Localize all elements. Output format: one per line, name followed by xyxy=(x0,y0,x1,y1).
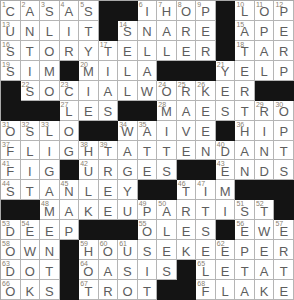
cell-letter: I xyxy=(145,5,149,18)
cell-4-7[interactable]: L xyxy=(118,61,138,81)
cell-4-5[interactable]: 20M xyxy=(79,61,99,81)
block-7-6 xyxy=(99,121,119,141)
cell-letter: N xyxy=(259,145,268,158)
cell-3-2[interactable]: T xyxy=(21,41,41,61)
cell-letter: S xyxy=(123,265,132,278)
cell-6-13[interactable]: T xyxy=(235,101,255,121)
cell-7-2[interactable]: 32S xyxy=(21,121,41,141)
cell-5-8[interactable]: W xyxy=(138,81,158,101)
cell-12-8[interactable]: 55O xyxy=(138,220,158,240)
cell-3-11[interactable]: R xyxy=(196,41,216,61)
cell-letter: O xyxy=(25,265,35,278)
cell-7-14[interactable]: I xyxy=(255,121,275,141)
cell-letter: W xyxy=(141,85,153,98)
cell-letter: A xyxy=(240,285,249,298)
cell-14-2[interactable]: O xyxy=(21,260,41,280)
cell-13-1[interactable]: 58O xyxy=(1,240,21,260)
cell-letter: S xyxy=(279,165,288,178)
cell-6-5[interactable]: E xyxy=(79,101,99,121)
cell-7-15[interactable]: P xyxy=(274,121,294,141)
cell-letter: E xyxy=(221,85,230,98)
cell-3-8[interactable]: L xyxy=(138,41,158,61)
cell-6-10[interactable]: A xyxy=(177,101,197,121)
cell-9-6[interactable]: R xyxy=(99,160,119,180)
cell-letter: G xyxy=(64,145,74,158)
cell-3-6[interactable]: 17T xyxy=(99,41,119,61)
cell-1-9[interactable]: 7H xyxy=(157,1,177,21)
cell-letter: S xyxy=(162,165,171,178)
cell-14-12[interactable]: E xyxy=(216,260,236,280)
cell-3-9[interactable]: L xyxy=(157,41,177,61)
cell-7-10[interactable]: V xyxy=(177,121,197,141)
cell-letter: E xyxy=(104,205,113,218)
clue-number-25: 25 xyxy=(178,81,186,89)
clue-number-14: 14 xyxy=(119,21,127,29)
cell-14-1[interactable]: 63D xyxy=(1,260,21,280)
clue-number-61: 61 xyxy=(119,240,127,248)
clue-number-42: 42 xyxy=(80,160,88,168)
cell-letter: I xyxy=(67,25,71,38)
cell-6-15[interactable]: 30O xyxy=(274,101,294,121)
cell-letter: E xyxy=(279,285,288,298)
clue-number-62: 62 xyxy=(217,240,225,248)
cell-6-4[interactable]: 27L xyxy=(60,101,80,121)
cell-7-11[interactable]: E xyxy=(196,121,216,141)
cell-letter: A xyxy=(260,265,269,278)
clue-number-7: 7 xyxy=(158,1,162,9)
cell-4-13[interactable]: E xyxy=(235,61,255,81)
cell-9-12[interactable]: 43E xyxy=(216,160,236,180)
clue-number-66: 66 xyxy=(2,280,10,288)
cell-letter: K xyxy=(25,285,34,298)
cell-1-13[interactable]: 10L xyxy=(235,1,255,21)
cell-1-4[interactable]: 4A xyxy=(60,1,80,21)
cell-15-15[interactable]: E xyxy=(274,280,294,300)
cell-letter: T xyxy=(280,145,288,158)
cell-5-11[interactable]: 26K xyxy=(196,81,216,101)
cell-9-1[interactable]: 41F xyxy=(1,160,21,180)
block-3-12 xyxy=(216,41,236,61)
clue-number-58: 58 xyxy=(2,240,10,248)
cell-2-5[interactable]: T xyxy=(79,21,99,41)
cell-letter: E xyxy=(201,25,210,38)
cell-14-3[interactable]: T xyxy=(40,260,60,280)
cell-14-9[interactable]: S xyxy=(157,260,177,280)
block-6-3 xyxy=(40,101,60,121)
cell-11-7[interactable]: U xyxy=(118,200,138,220)
cell-3-4[interactable]: R xyxy=(60,41,80,61)
cell-13-13[interactable]: P xyxy=(235,240,255,260)
cell-11-13[interactable]: 51S xyxy=(235,200,255,220)
cell-letter: A xyxy=(240,145,249,158)
cell-10-5[interactable]: L xyxy=(79,180,99,200)
cell-6-14[interactable]: 29R xyxy=(255,101,275,121)
cell-1-8[interactable]: 6I xyxy=(138,1,158,21)
block-10-9 xyxy=(157,180,177,200)
cell-15-11[interactable]: 68F xyxy=(196,280,216,300)
cell-5-4[interactable]: 23C xyxy=(60,81,80,101)
cell-4-2[interactable]: I xyxy=(21,61,41,81)
cell-letter: I xyxy=(262,125,266,138)
cell-15-7[interactable]: O xyxy=(118,280,138,300)
cell-13-12[interactable]: 62E xyxy=(216,240,236,260)
cell-11-9[interactable]: 50A xyxy=(157,200,177,220)
cell-7-3[interactable]: 33L xyxy=(40,121,60,141)
cell-3-14[interactable]: A xyxy=(255,41,275,61)
cell-letter: E xyxy=(84,105,93,118)
cell-13-3[interactable]: N xyxy=(40,240,60,260)
cell-3-1[interactable]: 16S xyxy=(1,41,21,61)
clue-number-2: 2 xyxy=(22,1,26,9)
cell-11-3[interactable]: 48M xyxy=(40,200,60,220)
cell-11-8[interactable]: 49P xyxy=(138,200,158,220)
cell-3-15[interactable]: R xyxy=(274,41,294,61)
cell-9-15[interactable]: S xyxy=(274,160,294,180)
cell-letter: R xyxy=(201,45,210,58)
cell-letter: E xyxy=(201,245,210,258)
cell-letter: L xyxy=(261,65,268,78)
cell-2-8[interactable]: N xyxy=(138,21,158,41)
cell-letter: A xyxy=(65,5,74,18)
cell-15-2[interactable]: K xyxy=(21,280,41,300)
cell-letter: N xyxy=(45,245,54,258)
cell-letter: A xyxy=(104,85,113,98)
cell-letter: I xyxy=(87,85,91,98)
cell-12-1[interactable]: 53D xyxy=(1,220,21,240)
cell-10-12[interactable]: M xyxy=(216,180,236,200)
cell-9-9[interactable]: S xyxy=(157,160,177,180)
cell-10-4[interactable]: 45N xyxy=(60,180,80,200)
cell-15-14[interactable]: K xyxy=(255,280,275,300)
cell-3-5[interactable]: Y xyxy=(79,41,99,61)
cell-8-14[interactable]: N xyxy=(255,141,275,161)
cell-5-7[interactable]: L xyxy=(118,81,138,101)
cell-15-8[interactable]: T xyxy=(138,280,158,300)
cell-letter: O xyxy=(181,5,191,18)
cell-letter: E xyxy=(201,125,210,138)
cell-2-15[interactable]: E xyxy=(274,21,294,41)
block-4-11 xyxy=(196,61,216,81)
block-11-15 xyxy=(274,200,294,220)
cell-12-10[interactable]: E xyxy=(177,220,197,240)
cell-12-13[interactable]: 56E xyxy=(235,220,255,240)
cell-2-14[interactable]: P xyxy=(255,21,275,41)
block-7-12 xyxy=(216,121,236,141)
block-12-12 xyxy=(216,220,236,240)
cell-11-5[interactable]: K xyxy=(79,200,99,220)
cell-11-14[interactable]: 52T xyxy=(255,200,275,220)
cell-9-8[interactable]: E xyxy=(138,160,158,180)
cell-1-2[interactable]: 2A xyxy=(21,1,41,21)
cell-1-3[interactable]: 3S xyxy=(40,1,60,21)
cell-1-11[interactable]: 9P xyxy=(196,1,216,21)
cell-10-10[interactable]: 46T xyxy=(177,180,197,200)
cell-letter: E xyxy=(260,245,269,258)
block-1-6 xyxy=(99,1,119,21)
cell-8-4[interactable]: G xyxy=(60,141,80,161)
cell-1-14[interactable]: 11O xyxy=(255,1,275,21)
cell-letter: N xyxy=(25,25,34,38)
cell-8-6[interactable]: 39T xyxy=(99,141,119,161)
block-1-7 xyxy=(118,1,138,21)
cell-9-3[interactable]: G xyxy=(40,160,60,180)
cell-2-4[interactable]: I xyxy=(60,21,80,41)
block-6-7 xyxy=(118,101,138,121)
cell-letter: R xyxy=(279,245,288,258)
block-15-9 xyxy=(157,280,177,300)
block-6-2 xyxy=(21,101,41,121)
cell-letter: L xyxy=(85,185,92,198)
cell-13-11[interactable]: E xyxy=(196,240,216,260)
cell-4-14[interactable]: L xyxy=(255,61,275,81)
cell-letter: L xyxy=(46,25,53,38)
cell-13-5[interactable]: 59H xyxy=(79,240,99,260)
cell-4-3[interactable]: M xyxy=(40,61,60,81)
cell-8-3[interactable]: I xyxy=(40,141,60,161)
cell-letter: T xyxy=(26,45,34,58)
cell-9-14[interactable]: D xyxy=(255,160,275,180)
clue-number-29: 29 xyxy=(256,101,264,109)
cell-15-12[interactable]: L xyxy=(216,280,236,300)
cell-3-7[interactable]: E xyxy=(118,41,138,61)
cell-5-10[interactable]: 25R xyxy=(177,81,197,101)
cell-15-6[interactable]: R xyxy=(99,280,119,300)
cell-14-8[interactable]: I xyxy=(138,260,158,280)
cell-8-2[interactable]: L xyxy=(21,141,41,161)
cell-letter: O xyxy=(122,285,132,298)
cell-letter: O xyxy=(64,125,74,138)
cell-letter: A xyxy=(260,45,269,58)
cell-letter: E xyxy=(143,165,152,178)
cell-4-12[interactable]: 21Y xyxy=(216,61,236,81)
cell-5-13[interactable]: R xyxy=(235,81,255,101)
cell-13-10[interactable]: K xyxy=(177,240,197,260)
cell-letter: R xyxy=(103,165,112,178)
cell-8-8[interactable]: T xyxy=(138,141,158,161)
cell-11-11[interactable]: T xyxy=(196,200,216,220)
block-2-6 xyxy=(99,21,119,41)
cell-6-9[interactable]: 28M xyxy=(157,101,177,121)
cell-13-7[interactable]: 61U xyxy=(118,240,138,260)
cell-9-7[interactable]: G xyxy=(118,160,138,180)
clue-number-31: 31 xyxy=(2,121,10,129)
clue-number-33: 33 xyxy=(41,121,49,129)
block-6-1 xyxy=(1,101,21,121)
cell-15-3[interactable]: S xyxy=(40,280,60,300)
cell-10-1[interactable]: 44S xyxy=(1,180,21,200)
cell-letter: R xyxy=(181,25,190,38)
cell-5-9[interactable]: 24O xyxy=(157,81,177,101)
cell-12-14[interactable]: W xyxy=(255,220,275,240)
clue-number-8: 8 xyxy=(178,1,182,9)
cell-2-1[interactable]: 13U xyxy=(1,21,21,41)
cell-7-8[interactable]: 35A xyxy=(138,121,158,141)
clue-number-37: 37 xyxy=(2,141,10,149)
cell-14-6[interactable]: A xyxy=(99,260,119,280)
clue-number-1: 1 xyxy=(2,1,6,9)
cell-letter: P xyxy=(65,225,74,238)
cell-8-15[interactable]: T xyxy=(274,141,294,161)
cell-2-13[interactable]: 15A xyxy=(235,21,255,41)
cell-7-7[interactable]: 34W xyxy=(118,121,138,141)
cell-8-13[interactable]: A xyxy=(235,141,255,161)
cell-11-4[interactable]: A xyxy=(60,200,80,220)
cell-3-13[interactable]: 18T xyxy=(235,41,255,61)
cell-13-14[interactable]: E xyxy=(255,240,275,260)
cell-letter: R xyxy=(240,85,249,98)
cell-1-5[interactable]: 5S xyxy=(79,1,99,21)
block-14-10 xyxy=(177,260,197,280)
cell-14-5[interactable]: 64O xyxy=(79,260,99,280)
clue-number-39: 39 xyxy=(100,141,108,149)
cell-12-15[interactable]: 57E xyxy=(274,220,294,240)
cell-5-6[interactable]: A xyxy=(99,81,119,101)
cell-2-10[interactable]: R xyxy=(177,21,197,41)
cell-5-2[interactable]: 22S xyxy=(21,81,41,101)
cell-2-2[interactable]: N xyxy=(21,21,41,41)
cell-8-1[interactable]: 37F xyxy=(1,141,21,161)
cell-10-11[interactable]: 47I xyxy=(196,180,216,200)
cell-letter: O xyxy=(44,45,54,58)
cell-2-3[interactable]: L xyxy=(40,21,60,41)
cell-3-10[interactable]: E xyxy=(177,41,197,61)
cell-letter: L xyxy=(222,285,229,298)
cell-4-8[interactable]: A xyxy=(138,61,158,81)
cell-letter: L xyxy=(124,85,131,98)
cell-letter: M xyxy=(220,185,231,198)
cell-15-5[interactable]: 67T xyxy=(79,280,99,300)
cell-14-7[interactable]: S xyxy=(118,260,138,280)
cell-10-6[interactable]: E xyxy=(99,180,119,200)
cell-15-1[interactable]: 66O xyxy=(1,280,21,300)
cell-8-5[interactable]: 38H xyxy=(79,141,99,161)
clue-number-9: 9 xyxy=(197,1,201,9)
cell-letter: A xyxy=(65,205,74,218)
cell-10-3[interactable]: A xyxy=(40,180,60,200)
cell-letter: I xyxy=(145,265,149,278)
clue-number-63: 63 xyxy=(2,260,10,268)
clue-number-54: 54 xyxy=(22,220,30,228)
cell-7-1[interactable]: 31O xyxy=(1,121,21,141)
cell-letter: R xyxy=(103,285,112,298)
cell-14-14[interactable]: A xyxy=(255,260,275,280)
cell-7-9[interactable]: I xyxy=(157,121,177,141)
cell-8-9[interactable]: T xyxy=(157,141,177,161)
cell-letter: N xyxy=(142,25,151,38)
cell-letter: L xyxy=(163,225,170,238)
cell-letter: W xyxy=(24,245,36,258)
cell-8-11[interactable]: N xyxy=(196,141,216,161)
cell-13-2[interactable]: W xyxy=(21,240,41,260)
cell-9-5[interactable]: 42U xyxy=(79,160,99,180)
cell-7-13[interactable]: 36H xyxy=(235,121,255,141)
cell-13-9[interactable]: E xyxy=(157,240,177,260)
cell-letter: I xyxy=(165,125,169,138)
cell-4-15[interactable]: P xyxy=(274,61,294,81)
block-11-2 xyxy=(21,200,41,220)
cell-4-1[interactable]: 19S xyxy=(1,61,21,81)
cell-14-13[interactable]: T xyxy=(235,260,255,280)
clue-number-20: 20 xyxy=(80,61,88,69)
clue-number-24: 24 xyxy=(158,81,166,89)
cell-12-9[interactable]: L xyxy=(157,220,177,240)
cell-12-3[interactable]: E xyxy=(40,220,60,240)
clue-number-48: 48 xyxy=(41,200,49,208)
cell-1-15[interactable]: 12P xyxy=(274,1,294,21)
cell-15-13[interactable]: A xyxy=(235,280,255,300)
cell-letter: E xyxy=(104,185,113,198)
cell-13-15[interactable]: R xyxy=(274,240,294,260)
clue-number-67: 67 xyxy=(80,280,88,288)
cell-10-2[interactable]: T xyxy=(21,180,41,200)
cell-letter: R xyxy=(64,45,73,58)
cell-13-8[interactable]: S xyxy=(138,240,158,260)
cell-4-6[interactable]: I xyxy=(99,61,119,81)
cell-11-6[interactable]: E xyxy=(99,200,119,220)
block-6-8 xyxy=(138,101,158,121)
cell-8-10[interactable]: E xyxy=(177,141,197,161)
cell-letter: T xyxy=(163,145,171,158)
cell-10-7[interactable]: Y xyxy=(118,180,138,200)
cell-9-2[interactable]: I xyxy=(21,160,41,180)
clue-number-60: 60 xyxy=(100,240,108,248)
cell-6-12[interactable]: S xyxy=(216,101,236,121)
cell-letter: M xyxy=(44,65,55,78)
cell-2-11[interactable]: E xyxy=(196,21,216,41)
cell-5-5[interactable]: I xyxy=(79,81,99,101)
cell-1-10[interactable]: 8O xyxy=(177,1,197,21)
cell-5-3[interactable]: O xyxy=(40,81,60,101)
cell-letter: L xyxy=(163,45,170,58)
cell-letter: L xyxy=(26,145,33,158)
cell-14-15[interactable]: T xyxy=(274,260,294,280)
cell-12-11[interactable]: S xyxy=(196,220,216,240)
block-9-11 xyxy=(196,160,216,180)
cell-14-11[interactable]: 65L xyxy=(196,260,216,280)
cell-letter: E xyxy=(182,45,191,58)
cell-12-2[interactable]: 54E xyxy=(21,220,41,240)
cell-letter: S xyxy=(45,285,54,298)
cell-letter: T xyxy=(143,285,151,298)
block-1-12 xyxy=(216,1,236,21)
cell-letter: Y xyxy=(84,45,93,58)
cell-2-7[interactable]: 14S xyxy=(118,21,138,41)
cell-2-9[interactable]: A xyxy=(157,21,177,41)
cell-11-12[interactable]: I xyxy=(216,200,236,220)
cell-3-3[interactable]: O xyxy=(40,41,60,61)
clue-number-50: 50 xyxy=(158,200,166,208)
cell-11-10[interactable]: R xyxy=(177,200,197,220)
cell-9-13[interactable]: N xyxy=(235,160,255,180)
clue-number-36: 36 xyxy=(236,121,244,129)
cell-13-6[interactable]: 60O xyxy=(99,240,119,260)
cell-5-12[interactable]: E xyxy=(216,81,236,101)
cell-8-7[interactable]: A xyxy=(118,141,138,161)
clue-number-21: 21 xyxy=(217,61,225,69)
cell-12-4[interactable]: P xyxy=(60,220,80,240)
clue-number-12: 12 xyxy=(275,1,283,9)
crossword-grid: 1C2A3S4A5S6I7H8O9P10L11O12P13UNLIT14SNAR… xyxy=(0,0,294,300)
cell-1-1[interactable]: 1C xyxy=(1,1,21,21)
cell-6-6[interactable]: S xyxy=(99,101,119,121)
cell-letter: C xyxy=(6,5,15,18)
cell-letter: S xyxy=(162,265,171,278)
cell-letter: A xyxy=(25,5,34,18)
cell-8-12[interactable]: 40D xyxy=(216,141,236,161)
cell-6-11[interactable]: E xyxy=(196,101,216,121)
cell-letter: S xyxy=(201,225,210,238)
cell-7-4[interactable]: O xyxy=(60,121,80,141)
